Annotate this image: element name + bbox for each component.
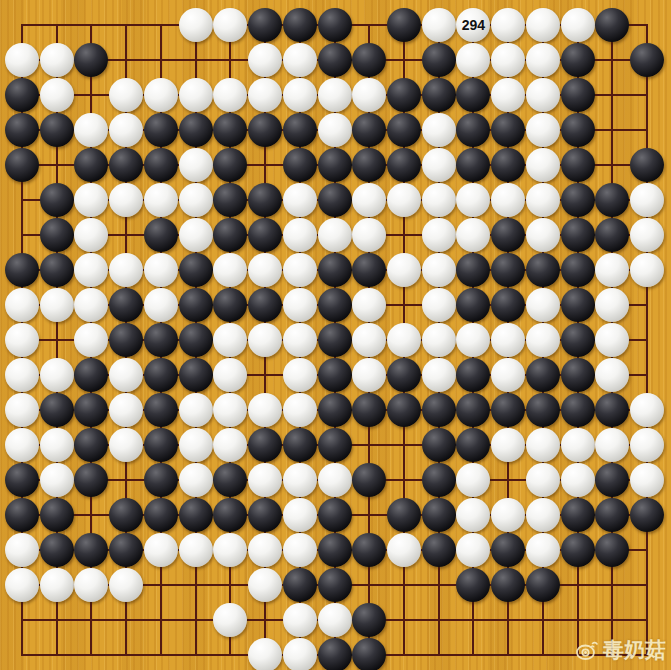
black-stone: [318, 638, 352, 670]
black-stone: [456, 78, 490, 112]
white-stone: [40, 358, 74, 392]
white-stone: [387, 533, 421, 567]
white-stone: [213, 323, 247, 357]
white-stone: [283, 533, 317, 567]
black-stone: [352, 43, 386, 77]
black-stone: [248, 428, 282, 462]
white-stone: [5, 323, 39, 357]
white-stone: [248, 43, 282, 77]
black-stone: [318, 568, 352, 602]
white-stone: [109, 393, 143, 427]
white-stone: [491, 43, 525, 77]
white-stone: [213, 533, 247, 567]
black-stone: [179, 323, 213, 357]
black-stone: [595, 498, 629, 532]
black-stone: [422, 43, 456, 77]
white-stone: [456, 183, 490, 217]
white-stone: [213, 358, 247, 392]
white-stone: [283, 463, 317, 497]
black-stone: [387, 498, 421, 532]
white-stone: [213, 603, 247, 637]
black-stone: [74, 533, 108, 567]
move-number-label: 294: [462, 17, 485, 33]
black-stone: [318, 148, 352, 182]
black-stone: [595, 8, 629, 42]
white-stone: [40, 568, 74, 602]
black-stone: [109, 323, 143, 357]
black-stone: [5, 113, 39, 147]
white-stone: [491, 323, 525, 357]
black-stone: [109, 498, 143, 532]
black-stone: [40, 183, 74, 217]
black-stone: [213, 288, 247, 322]
white-stone: [526, 288, 560, 322]
white-stone: [109, 568, 143, 602]
black-stone: [526, 568, 560, 602]
black-stone: [595, 533, 629, 567]
white-stone: [318, 218, 352, 252]
white-stone: [179, 533, 213, 567]
white-stone: [213, 253, 247, 287]
white-stone: [5, 288, 39, 322]
black-stone: [40, 218, 74, 252]
black-stone: [630, 148, 664, 182]
white-stone: [387, 323, 421, 357]
white-stone: [179, 183, 213, 217]
black-stone: [456, 113, 490, 147]
white-stone: [595, 358, 629, 392]
black-stone: [352, 603, 386, 637]
black-stone: [318, 253, 352, 287]
white-stone: [74, 183, 108, 217]
black-stone: [283, 568, 317, 602]
white-stone: [352, 358, 386, 392]
black-stone: [561, 148, 595, 182]
black-stone: [561, 533, 595, 567]
black-stone: [561, 323, 595, 357]
black-stone: [283, 8, 317, 42]
black-stone: [491, 113, 525, 147]
white-stone: [491, 183, 525, 217]
black-stone: [630, 43, 664, 77]
black-stone: [40, 393, 74, 427]
black-stone: [318, 43, 352, 77]
black-stone: [387, 148, 421, 182]
black-stone: [318, 183, 352, 217]
white-stone: [179, 148, 213, 182]
white-stone: [387, 183, 421, 217]
black-stone: [144, 463, 178, 497]
white-stone: [213, 428, 247, 462]
white-stone: [283, 358, 317, 392]
black-stone: [491, 218, 525, 252]
black-stone: [109, 533, 143, 567]
white-stone: [352, 288, 386, 322]
white-stone: [526, 183, 560, 217]
white-stone: [318, 603, 352, 637]
white-stone: [352, 183, 386, 217]
black-stone: [491, 393, 525, 427]
white-stone: [526, 43, 560, 77]
black-stone: [179, 358, 213, 392]
white-stone: [456, 498, 490, 532]
weibo-eye-icon: [575, 639, 599, 661]
white-stone: [74, 113, 108, 147]
white-stone: [40, 43, 74, 77]
black-stone: [491, 148, 525, 182]
white-stone: [456, 323, 490, 357]
black-stone: [595, 183, 629, 217]
black-stone: [561, 393, 595, 427]
black-stone: [318, 393, 352, 427]
white-stone: [213, 78, 247, 112]
watermark: 毒奶菇: [575, 636, 666, 664]
white-stone: [283, 43, 317, 77]
white-stone: [318, 463, 352, 497]
black-stone: [248, 288, 282, 322]
black-stone: [248, 218, 282, 252]
white-stone: [422, 218, 456, 252]
black-stone: [456, 358, 490, 392]
white-stone: [595, 323, 629, 357]
go-board[interactable]: 294 毒奶菇: [0, 0, 671, 670]
black-stone: [318, 428, 352, 462]
white-stone: [526, 218, 560, 252]
white-stone: [109, 253, 143, 287]
black-stone: [422, 78, 456, 112]
black-stone: [179, 498, 213, 532]
black-stone: [144, 498, 178, 532]
white-stone: [526, 463, 560, 497]
white-stone: [526, 148, 560, 182]
black-stone: [144, 428, 178, 462]
black-stone: [213, 498, 247, 532]
black-stone: [561, 43, 595, 77]
black-stone: [109, 288, 143, 322]
white-stone: [5, 393, 39, 427]
white-stone: [352, 323, 386, 357]
white-stone: [422, 323, 456, 357]
white-stone: [595, 288, 629, 322]
white-stone: [456, 533, 490, 567]
white-stone: [248, 533, 282, 567]
black-stone: [352, 393, 386, 427]
white-stone: [283, 78, 317, 112]
white-stone: [179, 463, 213, 497]
black-stone: [144, 218, 178, 252]
white-stone: [5, 43, 39, 77]
white-stone: [179, 8, 213, 42]
black-stone: [318, 8, 352, 42]
black-stone: [283, 428, 317, 462]
white-stone: [283, 638, 317, 670]
white-stone: [561, 8, 595, 42]
black-stone: [387, 8, 421, 42]
white-stone: [630, 463, 664, 497]
white-stone: [422, 183, 456, 217]
black-stone: [561, 113, 595, 147]
black-stone: [422, 463, 456, 497]
white-stone: [283, 393, 317, 427]
black-stone: [5, 148, 39, 182]
white-stone: [422, 8, 456, 42]
black-stone: [40, 498, 74, 532]
white-stone: [526, 8, 560, 42]
black-stone: [179, 113, 213, 147]
black-stone: [248, 498, 282, 532]
black-stone: [595, 393, 629, 427]
white-stone: [526, 78, 560, 112]
white-stone: [318, 113, 352, 147]
white-stone: [40, 78, 74, 112]
black-stone: [561, 218, 595, 252]
white-stone: [40, 288, 74, 322]
white-stone: [179, 393, 213, 427]
white-stone: [283, 253, 317, 287]
black-stone: [387, 358, 421, 392]
white-stone: [491, 78, 525, 112]
white-stone: [144, 183, 178, 217]
black-stone: [144, 148, 178, 182]
watermark-text: 毒奶菇: [603, 636, 666, 664]
black-stone: [456, 148, 490, 182]
black-stone: [74, 393, 108, 427]
white-stone: [526, 498, 560, 532]
black-stone: [283, 113, 317, 147]
black-stone: [352, 113, 386, 147]
black-stone: [144, 358, 178, 392]
white-stone: [40, 463, 74, 497]
black-stone: [595, 463, 629, 497]
black-stone: [561, 78, 595, 112]
black-stone: [213, 113, 247, 147]
white-stone: [109, 428, 143, 462]
black-stone: [352, 638, 386, 670]
black-stone: [561, 358, 595, 392]
grid-vline: [646, 24, 648, 656]
white-stone: [422, 113, 456, 147]
white-stone: [491, 8, 525, 42]
black-stone: [422, 533, 456, 567]
black-stone: [387, 113, 421, 147]
white-stone: [144, 253, 178, 287]
white-stone: [248, 78, 282, 112]
black-stone: [595, 218, 629, 252]
black-stone: [456, 288, 490, 322]
white-stone: [283, 498, 317, 532]
black-stone: [144, 393, 178, 427]
black-stone: [74, 358, 108, 392]
black-stone: [561, 288, 595, 322]
black-stone: [352, 148, 386, 182]
black-stone: [387, 393, 421, 427]
black-stone: [352, 463, 386, 497]
black-stone: [213, 183, 247, 217]
white-stone: [74, 323, 108, 357]
black-stone: [526, 253, 560, 287]
white-stone: [248, 568, 282, 602]
white-stone: [74, 288, 108, 322]
black-stone: [109, 148, 143, 182]
black-stone: [456, 428, 490, 462]
black-stone: [40, 253, 74, 287]
white-stone: [179, 218, 213, 252]
white-stone: [213, 393, 247, 427]
white-stone: [283, 183, 317, 217]
white-stone: [526, 533, 560, 567]
black-stone: [248, 8, 282, 42]
white-stone: [630, 218, 664, 252]
black-stone: [5, 253, 39, 287]
black-stone: [74, 463, 108, 497]
black-stone: [74, 43, 108, 77]
white-stone: [422, 288, 456, 322]
white-stone: [283, 288, 317, 322]
black-stone: [5, 498, 39, 532]
black-stone: [74, 148, 108, 182]
black-stone: [248, 113, 282, 147]
white-stone: [526, 323, 560, 357]
black-stone: [422, 498, 456, 532]
black-stone: [213, 218, 247, 252]
black-stone: [561, 498, 595, 532]
white-stone: [422, 358, 456, 392]
black-stone: [387, 78, 421, 112]
white-stone: [144, 78, 178, 112]
white-stone: [526, 428, 560, 462]
white-stone: [144, 533, 178, 567]
white-stone: [491, 498, 525, 532]
white-stone: [5, 358, 39, 392]
white-stone: [422, 148, 456, 182]
white-stone: [248, 253, 282, 287]
black-stone: [40, 533, 74, 567]
white-stone: [40, 428, 74, 462]
white-stone: [630, 393, 664, 427]
white-stone: [561, 428, 595, 462]
white-stone: [109, 78, 143, 112]
white-stone: [109, 113, 143, 147]
white-stone: [74, 568, 108, 602]
black-stone: [561, 183, 595, 217]
black-stone: [456, 568, 490, 602]
white-stone: [248, 463, 282, 497]
white-stone: [74, 253, 108, 287]
black-stone: [283, 148, 317, 182]
black-stone: [179, 253, 213, 287]
white-stone: [248, 638, 282, 670]
white-stone: [248, 323, 282, 357]
black-stone: [179, 288, 213, 322]
white-stone: [318, 78, 352, 112]
black-stone: [213, 463, 247, 497]
white-stone: [144, 288, 178, 322]
black-stone: [352, 253, 386, 287]
white-stone: [5, 568, 39, 602]
black-stone: [456, 253, 490, 287]
white-stone: [5, 533, 39, 567]
white-stone: [352, 78, 386, 112]
white-stone: [630, 253, 664, 287]
white-stone: [630, 428, 664, 462]
black-stone: [213, 148, 247, 182]
white-stone: [491, 358, 525, 392]
white-stone: [456, 463, 490, 497]
white-stone: [74, 218, 108, 252]
black-stone: [40, 113, 74, 147]
black-stone: [5, 463, 39, 497]
white-stone: [283, 218, 317, 252]
white-stone: [456, 43, 490, 77]
white-stone: [283, 603, 317, 637]
black-stone: [74, 428, 108, 462]
white-stone: [248, 393, 282, 427]
white-stone: [213, 8, 247, 42]
white-stone: [456, 218, 490, 252]
black-stone: [318, 498, 352, 532]
black-stone: [5, 78, 39, 112]
black-stone: [491, 533, 525, 567]
white-stone: [595, 428, 629, 462]
black-stone: [491, 288, 525, 322]
white-stone: [109, 183, 143, 217]
white-stone: [422, 253, 456, 287]
black-stone: [561, 253, 595, 287]
black-stone: [630, 498, 664, 532]
white-stone: [352, 218, 386, 252]
white-stone: [179, 78, 213, 112]
white-stone: [630, 183, 664, 217]
white-stone: [5, 428, 39, 462]
white-stone: [595, 253, 629, 287]
black-stone: [491, 568, 525, 602]
black-stone: [318, 323, 352, 357]
black-stone: [318, 288, 352, 322]
black-stone: [422, 393, 456, 427]
black-stone: [144, 323, 178, 357]
black-stone: [318, 358, 352, 392]
white-stone: [179, 428, 213, 462]
black-stone: [422, 428, 456, 462]
black-stone: [456, 393, 490, 427]
white-stone: [491, 428, 525, 462]
black-stone: [318, 533, 352, 567]
black-stone: [144, 113, 178, 147]
black-stone: [352, 533, 386, 567]
white-stone: [109, 358, 143, 392]
black-stone: [526, 358, 560, 392]
black-stone: [491, 253, 525, 287]
white-stone: [526, 113, 560, 147]
black-stone: [248, 183, 282, 217]
black-stone: [526, 393, 560, 427]
white-stone: [387, 253, 421, 287]
white-stone: [283, 323, 317, 357]
white-stone: [561, 463, 595, 497]
